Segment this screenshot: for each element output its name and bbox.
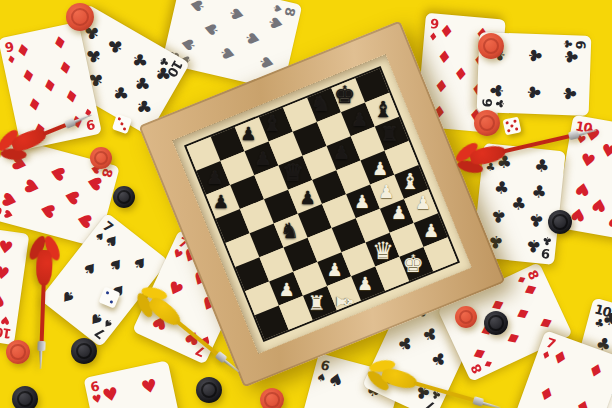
card-pip-diamonds: ♦ xyxy=(62,86,80,106)
card-pip-diamonds: ♦ xyxy=(433,76,450,94)
card-pip-spades: ♠ xyxy=(58,286,79,307)
piece-black-knight-f8[interactable]: ♞ xyxy=(311,94,330,115)
card-pip-diamonds: ♦ xyxy=(19,67,37,87)
card-rank: 9 xyxy=(541,247,550,261)
card-suit-icon: ♣ xyxy=(542,235,553,247)
dart-collar xyxy=(64,118,76,129)
card-rank: 8 xyxy=(283,6,297,17)
dart-body xyxy=(36,250,53,287)
card-pip-clubs: ♣ xyxy=(104,35,128,58)
checker-ridge xyxy=(76,343,93,360)
card-suit-icon: ♥ xyxy=(3,209,16,221)
card-pip-diamonds: ♦ xyxy=(51,33,69,53)
card-pip-spades: ♠ xyxy=(187,0,208,15)
card-pip-spades: ♠ xyxy=(242,29,263,49)
card-pip-clubs: ♣ xyxy=(525,236,542,255)
dart-body xyxy=(502,134,571,154)
card-pip-diamonds: ♦ xyxy=(14,41,32,61)
piece-black-pawn-f6[interactable]: ♟ xyxy=(333,144,349,162)
piece-white-bishop-d1[interactable]: ♝ xyxy=(333,292,355,312)
piece-white-pawn-f4[interactable]: ♟ xyxy=(354,193,370,211)
card-pip-spades: ♠ xyxy=(79,258,100,279)
checker-red-bottom-right xyxy=(455,306,477,328)
dart-red-left-vertical xyxy=(26,237,61,370)
card-pip-diamonds: ♦ xyxy=(56,59,74,79)
card-pip-hearts: ♥ xyxy=(600,141,612,160)
card-rank: 6 xyxy=(574,40,587,48)
card-pip-clubs: ♣ xyxy=(132,96,156,119)
card-pip-hearts: ♥ xyxy=(22,177,44,197)
card-6-hearts: 6♥6♥♥♥♥♥♥♥ xyxy=(83,360,192,408)
piece-black-bishop-d8[interactable]: ♝ xyxy=(262,113,282,135)
card-pip-clubs: ♣ xyxy=(533,157,550,176)
die-pip xyxy=(507,129,511,133)
piece-black-bishop-h7[interactable]: ♝ xyxy=(373,99,393,121)
card-pip-clubs: ♣ xyxy=(562,49,580,65)
piece-black-rook-h6[interactable]: ♜ xyxy=(381,124,399,144)
checker-ridge xyxy=(488,315,503,330)
card-rank: 6 xyxy=(481,99,494,107)
checker-ridge xyxy=(264,392,279,407)
card-pip-hearts: ♥ xyxy=(590,195,608,214)
card-pip-clubs: ♣ xyxy=(395,333,416,355)
checker-ridge xyxy=(117,190,131,204)
card-pip-spades: ♠ xyxy=(256,53,277,73)
card-pip-diamonds: ♦ xyxy=(25,93,43,113)
die-pip xyxy=(506,121,510,125)
card-pip-spades: ♠ xyxy=(226,4,247,24)
card-pip-diamonds: ♦ xyxy=(534,313,556,334)
piece-white-rook-c1[interactable]: ♜ xyxy=(308,293,326,313)
card-pip-spades: ♠ xyxy=(129,253,150,274)
card-pip-hearts: ♥ xyxy=(579,152,597,171)
card-pip-hearts: ♥ xyxy=(101,384,121,405)
die-pip xyxy=(510,124,514,128)
die-pip xyxy=(105,290,109,294)
card-hearts-partial: 10♥10♥♥♥♥♥♥♥♥♥♥♥ xyxy=(0,223,29,345)
card-pip-spades: ♠ xyxy=(265,13,286,33)
card-pip-clubs: ♣ xyxy=(489,83,507,99)
card-pip-hearts: ♥ xyxy=(36,201,58,221)
checker-red-bottom xyxy=(260,388,284,408)
card-pip-diamonds: ♦ xyxy=(41,76,59,96)
die-red-pips-left xyxy=(112,114,132,134)
checker-red-top-right xyxy=(478,33,504,59)
dart-needle-icon xyxy=(74,113,92,123)
card-pip-clubs: ♣ xyxy=(511,195,528,214)
piece-black-pawn-c7[interactable]: ♟ xyxy=(255,150,271,168)
card-suit-icon: ♣ xyxy=(495,99,506,109)
card-pip-diamonds: ♦ xyxy=(511,303,533,324)
card-pip-hearts: ♥ xyxy=(46,163,68,183)
piece-white-bishop-h4[interactable]: ♝ xyxy=(400,171,420,193)
die-pip xyxy=(109,299,113,303)
card-pip-hearts: ♥ xyxy=(83,173,105,193)
checker-black-left xyxy=(113,186,135,208)
card-suit-icon: ♦ xyxy=(428,31,439,43)
piece-white-pawn-b2[interactable]: ♟ xyxy=(278,281,294,299)
flatlay-scene: 8♠8♠♠♠♠♠♠♠♠♠10♣10♣♣♣♣♣♣♣♣♣♣♣9♦9♦♦♦♦♦♦♦♦♦… xyxy=(0,0,612,408)
piece-black-pawn-d5[interactable]: ♟ xyxy=(300,189,316,207)
checker-ridge xyxy=(71,8,89,26)
checker-ridge xyxy=(459,310,473,324)
card-pip-diamonds: ♦ xyxy=(453,64,470,82)
dart-needle-icon xyxy=(39,351,43,369)
dart-body xyxy=(42,123,68,136)
card-pip-spades: ♠ xyxy=(326,369,346,391)
card-pip-clubs: ♣ xyxy=(493,179,510,198)
piece-white-pawn-e1[interactable]: ♟ xyxy=(357,275,373,293)
dart-collar xyxy=(568,130,580,140)
card-suit-icon: ♣ xyxy=(562,39,573,49)
piece-black-pawn-a7[interactable]: ♟ xyxy=(207,169,223,187)
piece-black-pawn-g7[interactable]: ♟ xyxy=(351,111,367,129)
card-pip-hearts: ♥ xyxy=(569,204,587,223)
card-pip-spades: ♠ xyxy=(178,35,199,55)
checker-black-bottom xyxy=(196,377,222,403)
card-pip-clubs: ♣ xyxy=(526,48,544,64)
card-pip-clubs: ♣ xyxy=(525,84,543,100)
piece-black-pawn-a6[interactable]: ♟ xyxy=(213,193,229,211)
card-pip-diamonds: ♦ xyxy=(436,49,453,67)
card-pip-hearts: ♥ xyxy=(0,290,7,309)
piece-white-king-g1[interactable]: ♚ xyxy=(402,252,424,276)
die-red-pips-right xyxy=(503,117,522,136)
card-pip-clubs: ♣ xyxy=(428,349,449,371)
piece-white-pawn-g5[interactable]: ♟ xyxy=(372,160,388,178)
checker-ridge xyxy=(483,38,500,55)
card-pip-clubs: ♣ xyxy=(490,206,507,225)
card-pip-hearts: ♥ xyxy=(607,211,612,230)
card-pip-spades: ♠ xyxy=(201,19,222,39)
card-pip-hearts: ♥ xyxy=(0,264,11,283)
piece-black-queen-d6[interactable]: ♛ xyxy=(282,161,304,185)
checker-black-lower-left xyxy=(71,338,97,364)
card-pip-hearts: ♥ xyxy=(140,376,160,397)
card-pip-hearts: ♥ xyxy=(73,210,95,230)
dart-needle-icon xyxy=(483,401,501,408)
card-pip-diamonds: ♦ xyxy=(573,395,594,408)
die-pip xyxy=(118,117,122,121)
piece-black-pawn-c8[interactable]: ♟ xyxy=(240,125,256,143)
checker-black-bottom-corner xyxy=(12,386,38,408)
checker-black-bottom-right xyxy=(484,311,508,335)
dart-needle-icon xyxy=(578,129,596,136)
piece-white-pawn-d2[interactable]: ♟ xyxy=(327,261,343,279)
dart-body xyxy=(40,283,46,343)
dart-collar xyxy=(37,341,45,351)
checker-red-right xyxy=(474,110,500,136)
card-index: 6♣ xyxy=(481,98,506,109)
piece-white-pawn-g3[interactable]: ♟ xyxy=(391,204,407,222)
card-pip-hearts: ♥ xyxy=(0,238,14,257)
card-suit-icon: ♥ xyxy=(91,393,103,406)
card-pip-clubs: ♣ xyxy=(531,183,548,202)
checker-ridge xyxy=(10,344,25,359)
checker-ridge xyxy=(94,151,108,165)
checker-ridge xyxy=(479,115,496,132)
piece-black-king-g8[interactable]: ♚ xyxy=(334,83,356,107)
dart-collar xyxy=(472,396,484,406)
checker-red-top-left xyxy=(66,3,94,31)
card-pip-hearts: ♥ xyxy=(61,187,83,207)
card-index: 6♥ xyxy=(88,379,103,406)
piece-white-pawn-g4[interactable]: ♟ xyxy=(378,183,394,201)
checker-ridge xyxy=(201,382,218,399)
piece-white-pawn-h2[interactable]: ♟ xyxy=(423,222,439,240)
card-suit-icon: ♠ xyxy=(271,2,284,14)
dart-body xyxy=(413,381,476,402)
card-pip-diamonds: ♦ xyxy=(438,23,455,41)
checker-ridge xyxy=(17,391,34,408)
card-pip-hearts: ♥ xyxy=(574,178,592,197)
piece-black-knight-c4[interactable]: ♞ xyxy=(280,221,299,242)
dart-needle-icon xyxy=(224,359,240,373)
piece-white-pawn-h3[interactable]: ♟ xyxy=(415,194,431,212)
card-index: 9♣ xyxy=(540,235,552,261)
checker-red-left xyxy=(90,147,112,169)
card-pip-clubs: ♣ xyxy=(560,86,578,102)
card-pip-clubs: ♣ xyxy=(128,49,152,72)
checker-ridge xyxy=(552,214,567,229)
card-rank: 10 xyxy=(0,325,12,340)
card-rank: 9 xyxy=(430,17,439,31)
piece-white-queen-f2[interactable]: ♛ xyxy=(372,239,394,263)
checker-black-right xyxy=(548,210,572,234)
card-pip-diamonds: ♦ xyxy=(502,328,524,349)
card-pip-clubs: ♣ xyxy=(420,324,441,346)
card-pip-spades: ♠ xyxy=(217,44,238,64)
card-pip-diamonds: ♦ xyxy=(536,382,557,404)
die-pip xyxy=(513,120,517,124)
die-pip xyxy=(515,127,519,131)
card-pip-spades: ♠ xyxy=(105,255,126,276)
die-pip xyxy=(120,122,124,126)
die-pip xyxy=(122,127,126,131)
card-pip-diamonds: ♦ xyxy=(585,360,606,382)
card-pip-clubs: ♣ xyxy=(528,210,545,229)
